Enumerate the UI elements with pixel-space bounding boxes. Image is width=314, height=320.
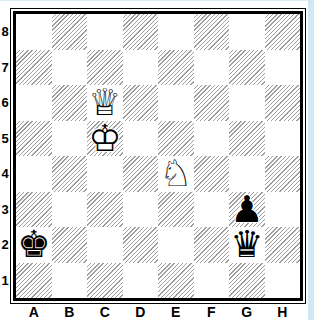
piece-glyph: ♚ (16, 227, 52, 263)
square-h8[interactable] (265, 14, 301, 50)
square-b7[interactable] (52, 50, 88, 86)
square-f8[interactable] (194, 14, 230, 50)
square-a3[interactable] (16, 192, 52, 228)
square-e6[interactable] (158, 85, 194, 121)
square-f2[interactable] (194, 227, 230, 263)
square-c1[interactable] (87, 263, 123, 299)
square-e3[interactable] (158, 192, 194, 228)
square-b6[interactable] (52, 85, 88, 121)
square-d1[interactable] (123, 263, 159, 299)
chess-board: ♛♕♚♔♞♘♟♟♚♚♛♛ (10, 8, 306, 304)
square-b2[interactable] (52, 227, 88, 263)
file-label-e: E (158, 303, 194, 320)
piece-glyph: ♘ (158, 156, 194, 192)
square-b1[interactable] (52, 263, 88, 299)
file-label-h: H (265, 303, 301, 320)
square-g2[interactable]: ♛♛ (229, 227, 265, 263)
square-a2[interactable]: ♚♚ (16, 227, 52, 263)
right-edge-strip (308, 0, 314, 320)
square-g7[interactable] (229, 50, 265, 86)
square-e8[interactable] (158, 14, 194, 50)
square-a4[interactable] (16, 156, 52, 192)
black-queen[interactable]: ♛♛ (229, 227, 265, 263)
rank-label-2: 2 (0, 227, 10, 263)
rank-labels: 87654321 (0, 14, 10, 298)
square-b4[interactable] (52, 156, 88, 192)
square-h7[interactable] (265, 50, 301, 86)
rank-label-1: 1 (0, 263, 10, 299)
square-b5[interactable] (52, 121, 88, 157)
file-labels: ABCDEFGH (16, 303, 300, 320)
square-d7[interactable] (123, 50, 159, 86)
rank-label-8: 8 (0, 14, 10, 50)
file-label-d: D (123, 303, 159, 320)
square-h2[interactable] (265, 227, 301, 263)
square-e7[interactable] (158, 50, 194, 86)
white-king[interactable]: ♚♔ (87, 121, 123, 157)
square-f7[interactable] (194, 50, 230, 86)
top-edge-line (0, 0, 314, 1)
rank-label-5: 5 (0, 121, 10, 157)
square-b8[interactable] (52, 14, 88, 50)
square-f3[interactable] (194, 192, 230, 228)
square-d5[interactable] (123, 121, 159, 157)
square-c5[interactable]: ♚♔ (87, 121, 123, 157)
piece-glyph: ♟ (229, 192, 265, 228)
file-label-b: B (52, 303, 88, 320)
piece-glyph: ♕ (87, 85, 123, 121)
square-f5[interactable] (194, 121, 230, 157)
chess-diagram-page: 87654321 ♛♕♚♔♞♘♟♟♚♚♛♛ ABCDEFGH (0, 0, 314, 320)
white-queen[interactable]: ♛♕ (87, 85, 123, 121)
square-d2[interactable] (123, 227, 159, 263)
square-d3[interactable] (123, 192, 159, 228)
square-c3[interactable] (87, 192, 123, 228)
square-d4[interactable] (123, 156, 159, 192)
file-label-f: F (194, 303, 230, 320)
square-c2[interactable] (87, 227, 123, 263)
square-g8[interactable] (229, 14, 265, 50)
square-f1[interactable] (194, 263, 230, 299)
square-g5[interactable] (229, 121, 265, 157)
square-c8[interactable] (87, 14, 123, 50)
rank-label-4: 4 (0, 156, 10, 192)
square-g4[interactable] (229, 156, 265, 192)
square-a8[interactable] (16, 14, 52, 50)
board-inner-border: ♛♕♚♔♞♘♟♟♚♚♛♛ (13, 11, 303, 301)
rank-label-7: 7 (0, 50, 10, 86)
square-a7[interactable] (16, 50, 52, 86)
rank-label-6: 6 (0, 85, 10, 121)
square-a1[interactable] (16, 263, 52, 299)
rank-label-3: 3 (0, 192, 10, 228)
file-label-g: G (229, 303, 265, 320)
black-pawn[interactable]: ♟♟ (229, 192, 265, 228)
board-grid: ♛♕♚♔♞♘♟♟♚♚♛♛ (16, 14, 300, 298)
square-h6[interactable] (265, 85, 301, 121)
file-label-a: A (16, 303, 52, 320)
square-a5[interactable] (16, 121, 52, 157)
square-a6[interactable] (16, 85, 52, 121)
file-label-c: C (87, 303, 123, 320)
square-e1[interactable] (158, 263, 194, 299)
square-g6[interactable] (229, 85, 265, 121)
square-c6[interactable]: ♛♕ (87, 85, 123, 121)
black-king[interactable]: ♚♚ (16, 227, 52, 263)
square-d6[interactable] (123, 85, 159, 121)
square-g3[interactable]: ♟♟ (229, 192, 265, 228)
square-e5[interactable] (158, 121, 194, 157)
square-e4[interactable]: ♞♘ (158, 156, 194, 192)
square-c7[interactable] (87, 50, 123, 86)
piece-glyph: ♛ (229, 227, 265, 263)
square-h5[interactable] (265, 121, 301, 157)
square-h1[interactable] (265, 263, 301, 299)
square-e2[interactable] (158, 227, 194, 263)
square-d8[interactable] (123, 14, 159, 50)
white-knight[interactable]: ♞♘ (158, 156, 194, 192)
square-g1[interactable] (229, 263, 265, 299)
square-f6[interactable] (194, 85, 230, 121)
square-f4[interactable] (194, 156, 230, 192)
square-c4[interactable] (87, 156, 123, 192)
square-h4[interactable] (265, 156, 301, 192)
piece-glyph: ♔ (87, 121, 123, 157)
square-h3[interactable] (265, 192, 301, 228)
square-b3[interactable] (52, 192, 88, 228)
